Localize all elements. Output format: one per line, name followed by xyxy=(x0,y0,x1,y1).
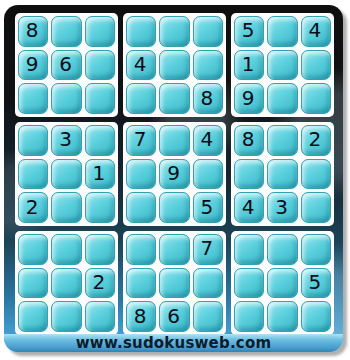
given-digit: 2 xyxy=(26,197,39,217)
cell-r3c5[interactable] xyxy=(159,83,189,114)
cell-r3c9[interactable] xyxy=(301,83,331,114)
cell-r6c1[interactable]: 2 xyxy=(18,192,48,223)
box-2: 48 xyxy=(123,13,226,117)
cell-r5c4[interactable] xyxy=(126,159,156,190)
footer-band: www.sudokusweb.com xyxy=(4,334,343,352)
cell-r5c2[interactable] xyxy=(51,159,81,190)
cell-r8c3[interactable]: 2 xyxy=(85,268,115,299)
cell-r2c4[interactable]: 4 xyxy=(126,50,156,81)
box-1: 896 xyxy=(15,13,118,117)
cell-r5c5[interactable]: 9 xyxy=(159,159,189,190)
given-digit: 4 xyxy=(200,129,213,149)
cell-r9c3[interactable] xyxy=(85,301,115,332)
cell-r7c1[interactable] xyxy=(18,234,48,265)
cell-r2c1[interactable]: 9 xyxy=(18,50,48,81)
cell-r2c2[interactable]: 6 xyxy=(51,50,81,81)
given-digit: 3 xyxy=(275,197,288,217)
cell-r1c8[interactable] xyxy=(267,16,297,47)
given-digit: 9 xyxy=(26,54,39,74)
cell-r4c4[interactable]: 7 xyxy=(126,125,156,156)
sudoku-widget: 8964854193127495824327865 www.sudokusweb… xyxy=(4,5,343,352)
given-digit: 8 xyxy=(134,306,147,326)
cell-r5c1[interactable] xyxy=(18,159,48,190)
cell-r3c3[interactable] xyxy=(85,83,115,114)
cell-r8c1[interactable] xyxy=(18,268,48,299)
box-7: 2 xyxy=(15,231,118,335)
cell-r6c6[interactable]: 5 xyxy=(193,192,223,223)
given-digit: 5 xyxy=(200,197,213,217)
given-digit: 8 xyxy=(26,20,39,40)
cell-r8c2[interactable] xyxy=(51,268,81,299)
cell-r9c6[interactable] xyxy=(193,301,223,332)
given-digit: 3 xyxy=(59,129,72,149)
cell-r8c5[interactable] xyxy=(159,268,189,299)
given-digit: 9 xyxy=(167,163,180,183)
box-5: 7495 xyxy=(123,122,226,226)
given-digit: 4 xyxy=(134,54,147,74)
given-digit: 1 xyxy=(92,163,105,183)
cell-r1c1[interactable]: 8 xyxy=(18,16,48,47)
cell-r7c4[interactable] xyxy=(126,234,156,265)
cell-r6c8[interactable]: 3 xyxy=(267,192,297,223)
cell-r9c5[interactable]: 6 xyxy=(159,301,189,332)
cell-r8c4[interactable] xyxy=(126,268,156,299)
cell-r1c7[interactable]: 5 xyxy=(234,16,264,47)
cell-r5c7[interactable] xyxy=(234,159,264,190)
cell-r1c6[interactable] xyxy=(193,16,223,47)
given-digit: 4 xyxy=(242,197,255,217)
cell-r1c5[interactable] xyxy=(159,16,189,47)
cell-r4c6[interactable]: 4 xyxy=(193,125,223,156)
cell-r6c4[interactable] xyxy=(126,192,156,223)
cell-r8c7[interactable] xyxy=(234,268,264,299)
cell-r7c3[interactable] xyxy=(85,234,115,265)
cell-r3c8[interactable] xyxy=(267,83,297,114)
cell-r5c3[interactable]: 1 xyxy=(85,159,115,190)
cell-r2c3[interactable] xyxy=(85,50,115,81)
cell-r6c5[interactable] xyxy=(159,192,189,223)
cell-r9c2[interactable] xyxy=(51,301,81,332)
given-digit: 2 xyxy=(308,129,321,149)
cell-r9c7[interactable] xyxy=(234,301,264,332)
cell-r4c2[interactable]: 3 xyxy=(51,125,81,156)
cell-r2c9[interactable] xyxy=(301,50,331,81)
cell-r4c3[interactable] xyxy=(85,125,115,156)
given-digit: 7 xyxy=(134,129,147,149)
box-6: 8243 xyxy=(231,122,334,226)
given-digit: 8 xyxy=(200,88,213,108)
cell-r1c4[interactable] xyxy=(126,16,156,47)
given-digit: 8 xyxy=(242,129,255,149)
cell-r3c7[interactable]: 9 xyxy=(234,83,264,114)
given-digit: 9 xyxy=(242,88,255,108)
cell-r3c6[interactable]: 8 xyxy=(193,83,223,114)
sudoku-board: 8964854193127495824327865 xyxy=(15,13,334,335)
cell-r3c4[interactable] xyxy=(126,83,156,114)
cell-r2c6[interactable] xyxy=(193,50,223,81)
given-digit: 2 xyxy=(92,272,105,292)
given-digit: 5 xyxy=(242,20,255,40)
cell-r5c6[interactable] xyxy=(193,159,223,190)
box-3: 5419 xyxy=(231,13,334,117)
cell-r4c5[interactable] xyxy=(159,125,189,156)
cell-r4c7[interactable]: 8 xyxy=(234,125,264,156)
cell-r7c9[interactable] xyxy=(301,234,331,265)
given-digit: 6 xyxy=(59,54,72,74)
cell-r2c8[interactable] xyxy=(267,50,297,81)
given-digit: 6 xyxy=(167,306,180,326)
cell-r3c1[interactable] xyxy=(18,83,48,114)
cell-r9c1[interactable] xyxy=(18,301,48,332)
cell-r3c2[interactable] xyxy=(51,83,81,114)
given-digit: 7 xyxy=(200,238,213,258)
cell-r4c1[interactable] xyxy=(18,125,48,156)
box-9: 5 xyxy=(231,231,334,335)
cell-r7c6[interactable]: 7 xyxy=(193,234,223,265)
cell-r8c9[interactable]: 5 xyxy=(301,268,331,299)
cell-r7c5[interactable] xyxy=(159,234,189,265)
cell-r4c8[interactable] xyxy=(267,125,297,156)
cell-r5c8[interactable] xyxy=(267,159,297,190)
cell-r6c2[interactable] xyxy=(51,192,81,223)
cell-r1c9[interactable]: 4 xyxy=(301,16,331,47)
cell-r9c8[interactable] xyxy=(267,301,297,332)
cell-r6c9[interactable] xyxy=(301,192,331,223)
cell-r7c2[interactable] xyxy=(51,234,81,265)
box-4: 312 xyxy=(15,122,118,226)
cell-r7c7[interactable] xyxy=(234,234,264,265)
cell-r6c3[interactable] xyxy=(85,192,115,223)
cell-r1c2[interactable] xyxy=(51,16,81,47)
given-digit: 5 xyxy=(308,272,321,292)
box-8: 786 xyxy=(123,231,226,335)
site-link[interactable]: www.sudokusweb.com xyxy=(76,334,271,352)
cell-r8c6[interactable] xyxy=(193,268,223,299)
cell-r6c7[interactable]: 4 xyxy=(234,192,264,223)
cell-r1c3[interactable] xyxy=(85,16,115,47)
cell-r5c9[interactable] xyxy=(301,159,331,190)
cell-r2c5[interactable] xyxy=(159,50,189,81)
cell-r2c7[interactable]: 1 xyxy=(234,50,264,81)
given-digit: 4 xyxy=(308,20,321,40)
cell-r8c8[interactable] xyxy=(267,268,297,299)
given-digit: 1 xyxy=(242,54,255,74)
cell-r4c9[interactable]: 2 xyxy=(301,125,331,156)
cell-r7c8[interactable] xyxy=(267,234,297,265)
cell-r9c9[interactable] xyxy=(301,301,331,332)
cell-r9c4[interactable]: 8 xyxy=(126,301,156,332)
